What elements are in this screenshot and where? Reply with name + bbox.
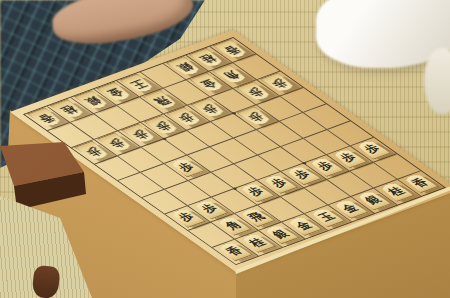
white-cloth-fold [424,48,450,114]
shogi-match-photo: 香桂銀金王銀桂香飛金角歩歩歩歩歩歩歩歩歩歩歩歩歩歩歩歩歩歩角飛香桂銀金玉金銀桂香 [0,0,450,298]
